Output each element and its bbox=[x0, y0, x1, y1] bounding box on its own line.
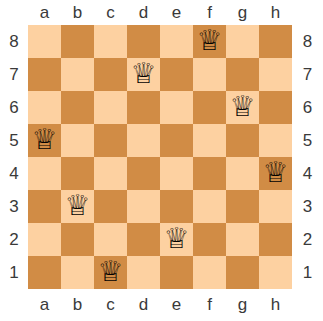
file-label-g: g bbox=[226, 0, 259, 25]
square-f4[interactable] bbox=[193, 157, 226, 190]
square-c4[interactable] bbox=[94, 157, 127, 190]
rank-label-1: 1 bbox=[292, 256, 323, 289]
white-queen[interactable]: ♕ bbox=[263, 158, 289, 187]
white-queen[interactable]: ♕ bbox=[164, 224, 190, 253]
square-c6[interactable] bbox=[94, 91, 127, 124]
rank-label-2: 2 bbox=[292, 223, 323, 256]
square-f5[interactable] bbox=[193, 124, 226, 157]
square-d7[interactable]: ♕ bbox=[127, 58, 160, 91]
square-e7[interactable] bbox=[160, 58, 193, 91]
square-h4[interactable]: ♕ bbox=[259, 157, 292, 190]
square-d1[interactable] bbox=[127, 256, 160, 289]
rank-label-3: 3 bbox=[292, 190, 323, 223]
file-label-g: g bbox=[226, 289, 259, 321]
white-queen[interactable]: ♕ bbox=[131, 59, 157, 88]
square-b2[interactable] bbox=[61, 223, 94, 256]
file-label-b: b bbox=[61, 289, 94, 321]
square-h1[interactable] bbox=[259, 256, 292, 289]
file-label-h: h bbox=[259, 0, 292, 25]
square-b4[interactable] bbox=[61, 157, 94, 190]
square-e2[interactable]: ♕ bbox=[160, 223, 193, 256]
square-h7[interactable] bbox=[259, 58, 292, 91]
square-e5[interactable] bbox=[160, 124, 193, 157]
square-e8[interactable] bbox=[160, 25, 193, 58]
file-label-d: d bbox=[127, 0, 160, 25]
square-d5[interactable] bbox=[127, 124, 160, 157]
square-d4[interactable] bbox=[127, 157, 160, 190]
file-label-c: c bbox=[94, 289, 127, 321]
rank-label-8: 8 bbox=[292, 25, 323, 58]
square-e4[interactable] bbox=[160, 157, 193, 190]
file-label-b: b bbox=[61, 0, 94, 25]
square-b6[interactable] bbox=[61, 91, 94, 124]
rank-label-7: 7 bbox=[292, 58, 323, 91]
file-label-e: e bbox=[160, 289, 193, 321]
chess-board: ♕♕♕♕♕♕♕♕ bbox=[28, 25, 292, 289]
square-d6[interactable] bbox=[127, 91, 160, 124]
square-b5[interactable] bbox=[61, 124, 94, 157]
rank-label-2: 2 bbox=[0, 223, 28, 256]
square-c7[interactable] bbox=[94, 58, 127, 91]
white-queen[interactable]: ♕ bbox=[32, 125, 58, 154]
file-label-a: a bbox=[28, 0, 61, 25]
rank-label-6: 6 bbox=[0, 91, 28, 124]
square-h3[interactable] bbox=[259, 190, 292, 223]
rank-label-8: 8 bbox=[0, 25, 28, 58]
square-g1[interactable] bbox=[226, 256, 259, 289]
square-g6[interactable]: ♕ bbox=[226, 91, 259, 124]
file-labels-bottom: abcdefgh bbox=[28, 289, 292, 321]
square-e3[interactable] bbox=[160, 190, 193, 223]
rank-label-5: 5 bbox=[0, 124, 28, 157]
square-g5[interactable] bbox=[226, 124, 259, 157]
square-f6[interactable] bbox=[193, 91, 226, 124]
file-label-e: e bbox=[160, 0, 193, 25]
white-queen[interactable]: ♕ bbox=[98, 257, 124, 286]
file-labels-top: abcdefgh bbox=[28, 0, 292, 25]
rank-label-1: 1 bbox=[0, 256, 28, 289]
square-h8[interactable] bbox=[259, 25, 292, 58]
file-label-a: a bbox=[28, 289, 61, 321]
white-queen[interactable]: ♕ bbox=[230, 92, 256, 121]
square-a5[interactable]: ♕ bbox=[28, 124, 61, 157]
square-a7[interactable] bbox=[28, 58, 61, 91]
file-label-f: f bbox=[193, 289, 226, 321]
square-g3[interactable] bbox=[226, 190, 259, 223]
file-label-d: d bbox=[127, 289, 160, 321]
square-f8[interactable]: ♕ bbox=[193, 25, 226, 58]
square-c1[interactable]: ♕ bbox=[94, 256, 127, 289]
square-a8[interactable] bbox=[28, 25, 61, 58]
rank-label-7: 7 bbox=[0, 58, 28, 91]
square-b1[interactable] bbox=[61, 256, 94, 289]
file-label-h: h bbox=[259, 289, 292, 321]
square-d2[interactable] bbox=[127, 223, 160, 256]
square-f7[interactable] bbox=[193, 58, 226, 91]
square-a2[interactable] bbox=[28, 223, 61, 256]
rank-labels-left: 87654321 bbox=[0, 25, 28, 289]
square-f3[interactable] bbox=[193, 190, 226, 223]
rank-label-5: 5 bbox=[292, 124, 323, 157]
rank-label-4: 4 bbox=[0, 157, 28, 190]
square-h5[interactable] bbox=[259, 124, 292, 157]
square-e6[interactable] bbox=[160, 91, 193, 124]
square-a3[interactable] bbox=[28, 190, 61, 223]
square-g4[interactable] bbox=[226, 157, 259, 190]
square-c3[interactable] bbox=[94, 190, 127, 223]
file-label-f: f bbox=[193, 0, 226, 25]
square-a4[interactable] bbox=[28, 157, 61, 190]
square-c8[interactable] bbox=[94, 25, 127, 58]
square-f1[interactable] bbox=[193, 256, 226, 289]
square-b8[interactable] bbox=[61, 25, 94, 58]
square-h2[interactable] bbox=[259, 223, 292, 256]
rank-label-6: 6 bbox=[292, 91, 323, 124]
white-queen[interactable]: ♕ bbox=[65, 191, 91, 220]
square-e1[interactable] bbox=[160, 256, 193, 289]
square-a6[interactable] bbox=[28, 91, 61, 124]
square-b3[interactable]: ♕ bbox=[61, 190, 94, 223]
chessboard-app: abcdefgh 87654321 87654321 abcdefgh ♕♕♕♕… bbox=[0, 0, 323, 321]
square-d3[interactable] bbox=[127, 190, 160, 223]
rank-labels-right: 87654321 bbox=[292, 25, 323, 289]
square-g7[interactable] bbox=[226, 58, 259, 91]
square-g8[interactable] bbox=[226, 25, 259, 58]
square-c2[interactable] bbox=[94, 223, 127, 256]
square-d8[interactable] bbox=[127, 25, 160, 58]
rank-label-4: 4 bbox=[292, 157, 323, 190]
square-c5[interactable] bbox=[94, 124, 127, 157]
square-f2[interactable] bbox=[193, 223, 226, 256]
square-h6[interactable] bbox=[259, 91, 292, 124]
square-a1[interactable] bbox=[28, 256, 61, 289]
square-b7[interactable] bbox=[61, 58, 94, 91]
rank-label-3: 3 bbox=[0, 190, 28, 223]
file-label-c: c bbox=[94, 0, 127, 25]
white-queen[interactable]: ♕ bbox=[197, 26, 223, 55]
square-g2[interactable] bbox=[226, 223, 259, 256]
